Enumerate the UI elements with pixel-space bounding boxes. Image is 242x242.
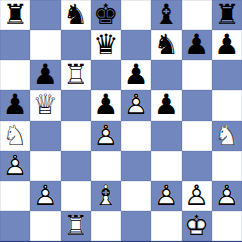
piece-glyph: ♟ [184, 30, 209, 60]
piece-black-pawn[interactable]: ♟ [214, 30, 239, 60]
square-a8[interactable]: ♜ [0, 0, 30, 30]
square-e4[interactable] [121, 121, 151, 151]
piece-glyph: ♟ [214, 30, 239, 60]
piece-white-pawn[interactable]: ♟♙ [214, 181, 239, 211]
square-g4[interactable] [182, 121, 212, 151]
piece-white-pawn[interactable]: ♟♙ [33, 181, 58, 211]
piece-outline: ♙ [33, 181, 58, 211]
piece-glyph: ♚ [93, 0, 118, 30]
square-f5[interactable]: ♟ [151, 90, 181, 120]
square-g2[interactable]: ♟♙ [182, 181, 212, 211]
square-c7[interactable] [61, 30, 91, 60]
square-g3[interactable] [182, 151, 212, 181]
square-a3[interactable]: ♟♙ [0, 151, 30, 181]
piece-outline: ♔ [184, 211, 209, 241]
piece-black-pawn[interactable]: ♟ [124, 60, 149, 90]
square-d3[interactable] [91, 151, 121, 181]
square-h5[interactable] [212, 90, 242, 120]
square-b5[interactable]: ♛♕ [30, 90, 60, 120]
piece-outline: ♙ [93, 121, 118, 151]
piece-black-knight[interactable]: ♞ [63, 0, 88, 30]
square-a2[interactable] [0, 181, 30, 211]
square-b1[interactable] [30, 211, 60, 241]
piece-white-pawn[interactable]: ♟♙ [93, 121, 118, 151]
piece-black-king[interactable]: ♚ [93, 0, 118, 30]
square-e2[interactable] [121, 181, 151, 211]
piece-glyph: ♜ [214, 0, 239, 30]
piece-white-queen[interactable]: ♛♕ [33, 90, 58, 120]
piece-outline: ♕ [33, 90, 58, 120]
square-c3[interactable] [61, 151, 91, 181]
square-a1[interactable] [0, 211, 30, 241]
piece-white-pawn[interactable]: ♟♙ [154, 181, 179, 211]
piece-white-rook[interactable]: ♜♖ [63, 211, 88, 241]
piece-black-pawn[interactable]: ♟ [154, 90, 179, 120]
square-g5[interactable] [182, 90, 212, 120]
square-g7[interactable]: ♟ [182, 30, 212, 60]
square-e3[interactable] [121, 151, 151, 181]
piece-black-pawn[interactable]: ♟ [3, 90, 28, 120]
square-h6[interactable] [212, 60, 242, 90]
square-c8[interactable]: ♞ [61, 0, 91, 30]
piece-white-pawn[interactable]: ♟♙ [124, 90, 149, 120]
piece-outline: ♘ [3, 121, 28, 151]
square-h1[interactable] [212, 211, 242, 241]
square-c4[interactable] [61, 121, 91, 151]
square-a5[interactable]: ♟ [0, 90, 30, 120]
piece-outline: ♗ [93, 181, 118, 211]
piece-glyph: ♞ [154, 30, 179, 60]
piece-black-knight[interactable]: ♞ [154, 30, 179, 60]
piece-glyph: ♟ [3, 90, 28, 120]
chess-board: ♜♞♚♝♜♛♞♟♟♟♜♖♟♟♛♕♟♟♙♟♞♘♟♙♞♘♟♙♟♙♝♗♟♙♟♙♟♙♜♖… [0, 0, 242, 242]
piece-outline: ♙ [214, 181, 239, 211]
piece-outline: ♖ [63, 60, 88, 90]
square-c2[interactable] [61, 181, 91, 211]
piece-outline: ♘ [214, 121, 239, 151]
piece-glyph: ♟ [33, 60, 58, 90]
piece-white-knight[interactable]: ♞♘ [3, 121, 28, 151]
square-c5[interactable] [61, 90, 91, 120]
square-b6[interactable]: ♟ [30, 60, 60, 90]
square-e6[interactable]: ♟ [121, 60, 151, 90]
square-a7[interactable] [0, 30, 30, 60]
piece-glyph: ♟ [154, 90, 179, 120]
square-b3[interactable] [30, 151, 60, 181]
square-f2[interactable]: ♟♙ [151, 181, 181, 211]
piece-glyph: ♟ [93, 90, 118, 120]
piece-black-pawn[interactable]: ♟ [184, 30, 209, 60]
piece-outline: ♙ [124, 90, 149, 120]
square-e5[interactable]: ♟♙ [121, 90, 151, 120]
square-e7[interactable] [121, 30, 151, 60]
piece-glyph: ♟ [124, 60, 149, 90]
piece-black-rook[interactable]: ♜ [214, 0, 239, 30]
square-b2[interactable]: ♟♙ [30, 181, 60, 211]
square-g8[interactable] [182, 0, 212, 30]
square-d4[interactable]: ♟♙ [91, 121, 121, 151]
square-d6[interactable] [91, 60, 121, 90]
square-b7[interactable] [30, 30, 60, 60]
piece-glyph: ♞ [63, 0, 88, 30]
square-e1[interactable] [121, 211, 151, 241]
square-h8[interactable]: ♜ [212, 0, 242, 30]
piece-outline: ♙ [3, 151, 28, 181]
square-g6[interactable] [182, 60, 212, 90]
square-a6[interactable] [0, 60, 30, 90]
piece-glyph: ♛ [93, 30, 118, 60]
square-f7[interactable]: ♞ [151, 30, 181, 60]
square-b4[interactable] [30, 121, 60, 151]
piece-black-bishop[interactable]: ♝ [154, 0, 179, 30]
piece-black-rook[interactable]: ♜ [3, 0, 28, 30]
square-f4[interactable] [151, 121, 181, 151]
square-a4[interactable]: ♞♘ [0, 121, 30, 151]
square-h4[interactable]: ♞♘ [212, 121, 242, 151]
square-f3[interactable] [151, 151, 181, 181]
square-d5[interactable]: ♟ [91, 90, 121, 120]
square-f6[interactable] [151, 60, 181, 90]
square-g1[interactable]: ♚♔ [182, 211, 212, 241]
square-h2[interactable]: ♟♙ [212, 181, 242, 211]
square-b8[interactable] [30, 0, 60, 30]
square-e8[interactable] [121, 0, 151, 30]
piece-outline: ♙ [154, 181, 179, 211]
square-d1[interactable] [91, 211, 121, 241]
piece-glyph: ♜ [3, 0, 28, 30]
piece-glyph: ♝ [154, 0, 179, 30]
piece-white-bishop[interactable]: ♝♗ [93, 181, 118, 211]
piece-black-queen[interactable]: ♛ [93, 30, 118, 60]
square-h7[interactable]: ♟ [212, 30, 242, 60]
piece-black-pawn[interactable]: ♟ [33, 60, 58, 90]
piece-white-rook[interactable]: ♜♖ [63, 60, 88, 90]
square-c6[interactable]: ♜♖ [61, 60, 91, 90]
square-f1[interactable] [151, 211, 181, 241]
piece-white-knight[interactable]: ♞♘ [214, 121, 239, 151]
square-c1[interactable]: ♜♖ [61, 211, 91, 241]
square-d7[interactable]: ♛ [91, 30, 121, 60]
piece-outline: ♙ [184, 181, 209, 211]
piece-white-pawn[interactable]: ♟♙ [184, 181, 209, 211]
square-f8[interactable]: ♝ [151, 0, 181, 30]
square-d8[interactable]: ♚ [91, 0, 121, 30]
piece-white-king[interactable]: ♚♔ [184, 211, 209, 241]
piece-black-pawn[interactable]: ♟ [93, 90, 118, 120]
square-h3[interactable] [212, 151, 242, 181]
square-d2[interactable]: ♝♗ [91, 181, 121, 211]
piece-outline: ♖ [63, 211, 88, 241]
piece-white-pawn[interactable]: ♟♙ [3, 151, 28, 181]
